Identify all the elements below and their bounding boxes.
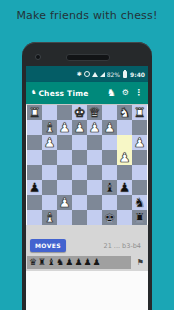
app-title: Chess Time: [38, 89, 88, 98]
square-c1[interactable]: [102, 105, 117, 120]
square-g7[interactable]: [42, 195, 57, 210]
app-logo-knight-icon: ♞: [31, 88, 36, 95]
overflow-menu-icon[interactable]: ⋮: [135, 82, 143, 104]
square-g2[interactable]: ♝: [42, 120, 57, 135]
square-f5[interactable]: [57, 165, 72, 180]
battery-icon: [123, 71, 127, 78]
piece-wB: ♝: [44, 210, 56, 225]
captured-pieces-tray: ♛♜♝♞♟♟♟♟: [27, 256, 131, 269]
piece-wP: ♟: [59, 120, 71, 135]
square-a1[interactable]: ♜: [132, 105, 147, 120]
square-b2[interactable]: [117, 120, 132, 135]
promo-tagline: Make friends with chess!: [0, 9, 174, 22]
square-c8[interactable]: ♚: [102, 210, 117, 225]
square-b6[interactable]: ♟: [117, 180, 132, 195]
vibrate-icon: ✱: [77, 71, 82, 77]
piece-wP: ♟: [74, 120, 86, 135]
piece-wP: ♟: [104, 120, 116, 135]
piece-wK: ♚: [74, 105, 86, 120]
square-e1[interactable]: ♚: [72, 105, 87, 120]
square-e5[interactable]: [72, 165, 87, 180]
square-b3[interactable]: [117, 135, 132, 150]
square-f1[interactable]: [57, 105, 72, 120]
square-g8[interactable]: ♝: [42, 210, 57, 225]
front-camera: [35, 54, 41, 60]
piece-bP: ♟: [119, 180, 131, 195]
square-c3[interactable]: [102, 135, 117, 150]
captured-piece-p: ♟: [74, 256, 82, 269]
square-e4[interactable]: [72, 150, 87, 165]
phone-frame: ✱ 82% 9:40 ♞ Chess Time ♞ ⚙ ⋮ ♜♚♛♞♜♝♟♟♟♟…: [22, 42, 152, 310]
captured-piece-p: ♟: [83, 256, 91, 269]
square-e6[interactable]: [72, 180, 87, 195]
square-g6[interactable]: [42, 180, 57, 195]
status-bar: ✱ 82% 9:40: [26, 66, 148, 82]
square-e8[interactable]: [72, 210, 87, 225]
piece-wP: ♟: [119, 150, 131, 165]
captured-piece-q: ♛: [29, 256, 37, 269]
captured-piece-p: ♟: [93, 256, 101, 269]
game-controls-panel: MOVES 21 ... b3-b4 ♛♜♝♞♟♟♟♟ ⚑: [26, 225, 148, 271]
square-b7[interactable]: [117, 195, 132, 210]
square-a5[interactable]: [132, 165, 147, 180]
phone-screen: ✱ 82% 9:40 ♞ Chess Time ♞ ⚙ ⋮ ♜♚♛♞♜♝♟♟♟♟…: [26, 66, 148, 310]
square-c7[interactable]: [102, 195, 117, 210]
wifi-icon: [92, 72, 98, 77]
square-c4[interactable]: [102, 150, 117, 165]
captured-piece-p: ♟: [65, 256, 73, 269]
square-g4[interactable]: [42, 150, 57, 165]
square-b1[interactable]: ♞: [117, 105, 132, 120]
promo-background: Make friends with chess! ✱ 82% 9:40 ♞ Ch…: [0, 0, 174, 310]
piece-wR: ♜: [29, 105, 41, 120]
alarm-icon: [84, 71, 90, 77]
square-g3[interactable]: ♟: [42, 135, 57, 150]
square-f8[interactable]: [57, 210, 72, 225]
square-b5[interactable]: [117, 165, 132, 180]
new-game-knight-icon[interactable]: ♞: [107, 82, 116, 104]
square-h7[interactable]: [27, 195, 42, 210]
square-h3[interactable]: [27, 135, 42, 150]
piece-wP: ♟: [44, 135, 56, 150]
square-f2[interactable]: ♟: [57, 120, 72, 135]
chess-board: ♜♚♛♞♜♝♟♟♟♟♟♟♟♟♝♟♟♞♝♚♜: [27, 105, 147, 225]
square-g1[interactable]: [42, 105, 57, 120]
piece-wB: ♝: [44, 120, 56, 135]
piece-wP: ♟: [59, 195, 71, 210]
square-g5[interactable]: [42, 165, 57, 180]
piece-wN: ♞: [119, 105, 131, 120]
square-a7[interactable]: ♞: [132, 195, 147, 210]
moves-button[interactable]: MOVES: [30, 239, 66, 252]
piece-wP: ♟: [89, 120, 101, 135]
square-f7[interactable]: ♟: [57, 195, 72, 210]
square-d8[interactable]: [87, 210, 102, 225]
square-d7[interactable]: [87, 195, 102, 210]
piece-wQ: ♛: [89, 105, 101, 120]
captured-piece-r: ♜: [38, 256, 46, 269]
piece-bN: ♞: [134, 195, 146, 210]
app-bar: ♞ Chess Time ♞ ⚙ ⋮: [26, 82, 148, 104]
square-h2[interactable]: [27, 120, 42, 135]
captured-piece-n: ♞: [56, 256, 64, 269]
square-h1[interactable]: ♜: [27, 105, 42, 120]
square-c2[interactable]: ♟: [102, 120, 117, 135]
square-a2[interactable]: [132, 120, 147, 135]
square-f3[interactable]: [57, 135, 72, 150]
earpiece-speaker: [66, 54, 110, 61]
square-h4[interactable]: [27, 150, 42, 165]
square-e7[interactable]: [72, 195, 87, 210]
battery-percent: 82%: [107, 71, 120, 78]
square-c6[interactable]: ♝: [102, 180, 117, 195]
settings-gear-icon[interactable]: ⚙: [122, 82, 129, 104]
square-a8[interactable]: ♜: [132, 210, 147, 225]
square-e2[interactable]: ♟: [72, 120, 87, 135]
square-b8[interactable]: [117, 210, 132, 225]
square-d3[interactable]: [87, 135, 102, 150]
captured-piece-b: ♝: [47, 256, 55, 269]
piece-wP: ♟: [134, 135, 146, 150]
square-h8[interactable]: [27, 210, 42, 225]
square-a6[interactable]: [132, 180, 147, 195]
square-d1[interactable]: ♛: [87, 105, 102, 120]
piece-bK: ♚: [104, 210, 116, 225]
square-a3[interactable]: ♟: [132, 135, 147, 150]
piece-wR: ♜: [134, 105, 146, 120]
square-d4[interactable]: [87, 150, 102, 165]
piece-bR: ♜: [134, 210, 146, 225]
square-e3[interactable]: [72, 135, 87, 150]
piece-bP: ♟: [29, 180, 41, 195]
square-b4[interactable]: ♟: [117, 150, 132, 165]
square-d5[interactable]: [87, 165, 102, 180]
screen-bottom-area: [26, 271, 148, 310]
square-c5[interactable]: [102, 165, 117, 180]
square-f6[interactable]: [57, 180, 72, 195]
square-a4[interactable]: [132, 150, 147, 165]
last-move-label: 21 ... b3-b4: [104, 242, 141, 250]
piece-bB: ♝: [104, 180, 116, 195]
square-h6[interactable]: ♟: [27, 180, 42, 195]
square-f4[interactable]: [57, 150, 72, 165]
square-d6[interactable]: [87, 180, 102, 195]
square-h5[interactable]: [27, 165, 42, 180]
square-d2[interactable]: ♟: [87, 120, 102, 135]
resign-flag-icon[interactable]: ⚑: [137, 256, 144, 269]
signal-icon: [100, 72, 105, 77]
clock-time: 9:40: [130, 71, 145, 78]
